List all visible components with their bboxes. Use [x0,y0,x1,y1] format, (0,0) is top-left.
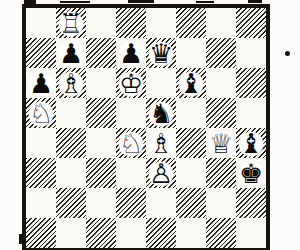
square-f7 [176,38,206,68]
square-h5 [236,98,266,128]
square-f6: ♝ [176,68,206,98]
square-g8 [206,8,236,38]
square-c5 [86,98,116,128]
square-g4: ♕ [206,128,236,158]
piece-black-king: ♚ [236,158,266,188]
square-b4 [56,128,86,158]
square-b8: ♖ [56,8,86,38]
scan-speck [60,1,90,3]
square-e4: ♗ [146,128,176,158]
square-a6: ♟ [26,68,56,98]
piece-white-knight: ♘ [116,128,146,158]
piece-white-bishop: ♗ [146,128,176,158]
square-a1 [26,218,56,248]
square-g3 [206,158,236,188]
square-g6 [206,68,236,98]
square-c2 [86,188,116,218]
square-d4: ♘ [116,128,146,158]
square-e7: ♛ [146,38,176,68]
square-a7 [26,38,56,68]
square-a5: ♘ [26,98,56,128]
square-a8 [26,8,56,38]
square-h8 [236,8,266,38]
square-c8 [86,8,116,38]
square-b1 [56,218,86,248]
square-b7: ♟ [56,38,86,68]
square-d2 [116,188,146,218]
square-b6: ♗ [56,68,86,98]
square-g1 [206,218,236,248]
board-frame: ♖♟♟♛♟♗♔♝♘♞♘♗♕♝♙♚ [22,4,270,250]
piece-white-pawn: ♙ [146,158,176,188]
square-d6: ♔ [116,68,146,98]
square-c1 [86,218,116,248]
square-d3 [116,158,146,188]
square-h6 [236,68,266,98]
piece-black-pawn: ♟ [26,68,56,98]
square-h2 [236,188,266,218]
piece-black-queen: ♛ [146,38,176,68]
square-f3 [176,158,206,188]
piece-black-knight: ♞ [146,98,176,128]
piece-white-bishop: ♗ [56,68,86,98]
scanned-newspaper-page: ♖♟♟♛♟♗♔♝♘♞♘♗♕♝♙♚ [0,0,300,250]
square-e2 [146,188,176,218]
piece-white-king: ♔ [116,68,146,98]
square-c7 [86,38,116,68]
square-f2 [176,188,206,218]
square-a3 [26,158,56,188]
scan-speck [196,1,214,3]
square-e3: ♙ [146,158,176,188]
square-c4 [86,128,116,158]
square-f5 [176,98,206,128]
square-h1 [236,218,266,248]
square-b3 [56,158,86,188]
square-d5 [116,98,146,128]
square-g7 [206,38,236,68]
square-d1 [116,218,146,248]
square-d7: ♟ [116,38,146,68]
square-b5 [56,98,86,128]
square-f4 [176,128,206,158]
square-h7 [236,38,266,68]
piece-black-pawn: ♟ [56,38,86,68]
square-a4 [26,128,56,158]
square-h3: ♚ [236,158,266,188]
piece-black-bishop: ♝ [236,128,266,158]
square-e5: ♞ [146,98,176,128]
square-e8 [146,8,176,38]
square-d8 [116,8,146,38]
square-g2 [206,188,236,218]
scan-speck [248,0,262,3]
scan-speck [285,51,290,56]
piece-black-bishop: ♝ [176,68,206,98]
square-b2 [56,188,86,218]
scan-speck [128,0,154,3]
piece-white-queen: ♕ [206,128,236,158]
square-e1 [146,218,176,248]
square-a2 [26,188,56,218]
chess-board: ♖♟♟♛♟♗♔♝♘♞♘♗♕♝♙♚ [26,8,266,248]
piece-black-pawn: ♟ [116,38,146,68]
square-g5 [206,98,236,128]
square-f1 [176,218,206,248]
square-c3 [86,158,116,188]
piece-white-knight: ♘ [26,98,56,128]
square-e6 [146,68,176,98]
square-h4: ♝ [236,128,266,158]
square-c6 [86,68,116,98]
square-f8 [176,8,206,38]
piece-white-rook: ♖ [56,8,86,38]
